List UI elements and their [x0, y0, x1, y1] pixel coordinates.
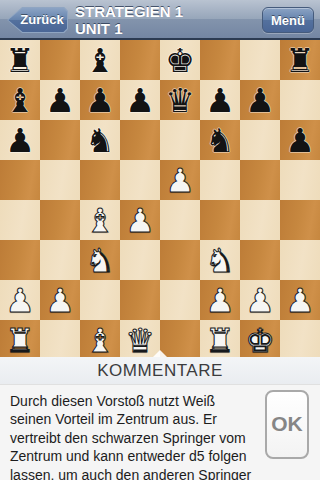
square-e3[interactable]	[160, 240, 200, 280]
square-e2[interactable]	[160, 280, 200, 320]
back-button[interactable]: Zurück	[6, 7, 68, 33]
square-a7[interactable]: ♝	[0, 80, 40, 120]
square-d2[interactable]	[120, 280, 160, 320]
square-h5[interactable]	[280, 160, 320, 200]
square-h3[interactable]	[280, 240, 320, 280]
white-pawn-g2[interactable]: ♟	[240, 280, 280, 320]
white-knight-f3[interactable]: ♞	[200, 240, 240, 280]
square-g2[interactable]: ♟	[240, 280, 280, 320]
square-h1[interactable]	[280, 320, 320, 360]
commentary-panel: KOMMENTARE Durch diesen Vorstoß nutzt We…	[0, 357, 320, 480]
square-b7[interactable]: ♟	[40, 80, 80, 120]
back-button-label: Zurück	[7, 8, 67, 32]
square-h4[interactable]	[280, 200, 320, 240]
white-rook-f1[interactable]: ♜	[200, 320, 240, 360]
black-rook-h8[interactable]: ♜	[280, 40, 320, 80]
square-c2[interactable]	[80, 280, 120, 320]
white-pawn-h2[interactable]: ♟	[280, 280, 320, 320]
square-d8[interactable]	[120, 40, 160, 80]
square-f4[interactable]	[200, 200, 240, 240]
square-b2[interactable]: ♟	[40, 280, 80, 320]
square-d7[interactable]: ♟	[120, 80, 160, 120]
square-c4[interactable]: ♝	[80, 200, 120, 240]
square-a2[interactable]: ♟	[0, 280, 40, 320]
black-knight-f6[interactable]: ♞	[200, 120, 240, 160]
black-pawn-g7[interactable]: ♟	[240, 80, 280, 120]
black-bishop-a7[interactable]: ♝	[0, 80, 40, 120]
commentary-body: Durch diesen Vorstoß nutzt Weiß seinen V…	[0, 385, 320, 480]
black-queen-e7[interactable]: ♛	[160, 80, 200, 120]
square-c7[interactable]: ♟	[80, 80, 120, 120]
black-bishop-c8[interactable]: ♝	[80, 40, 120, 80]
page-title-line2: UNIT 1	[75, 20, 183, 37]
square-e8[interactable]: ♚	[160, 40, 200, 80]
black-knight-c6[interactable]: ♞	[80, 120, 120, 160]
black-king-e8[interactable]: ♚	[160, 40, 200, 80]
square-h7[interactable]	[280, 80, 320, 120]
square-a6[interactable]: ♟	[0, 120, 40, 160]
square-f2[interactable]: ♟	[200, 280, 240, 320]
white-rook-a1[interactable]: ♜	[0, 320, 40, 360]
square-a3[interactable]	[0, 240, 40, 280]
menu-button[interactable]: Menü	[262, 7, 314, 33]
square-b1[interactable]	[40, 320, 80, 360]
white-knight-c3[interactable]: ♞	[80, 240, 120, 280]
ok-button[interactable]: OK	[265, 390, 309, 459]
square-e4[interactable]	[160, 200, 200, 240]
square-g4[interactable]	[240, 200, 280, 240]
square-g3[interactable]	[240, 240, 280, 280]
square-c5[interactable]	[80, 160, 120, 200]
square-g6[interactable]	[240, 120, 280, 160]
square-c3[interactable]: ♞	[80, 240, 120, 280]
square-d4[interactable]: ♟	[120, 200, 160, 240]
black-rook-a8[interactable]: ♜	[0, 40, 40, 80]
square-c6[interactable]: ♞	[80, 120, 120, 160]
commentary-header[interactable]: KOMMENTARE	[0, 357, 320, 385]
square-b4[interactable]	[40, 200, 80, 240]
chevron-up-icon	[153, 350, 167, 357]
square-a1[interactable]: ♜	[0, 320, 40, 360]
black-pawn-a6[interactable]: ♟	[0, 120, 40, 160]
square-f7[interactable]: ♟	[200, 80, 240, 120]
commentary-text: Durch diesen Vorstoß nutzt Weiß seinen V…	[10, 392, 260, 480]
square-b8[interactable]	[40, 40, 80, 80]
square-h8[interactable]: ♜	[280, 40, 320, 80]
square-b5[interactable]	[40, 160, 80, 200]
square-e7[interactable]: ♛	[160, 80, 200, 120]
app-screen: Zurück STRATEGIEN 1 UNIT 1 Menü ♜♝♚♜♝♟♟♟…	[0, 0, 320, 480]
square-b6[interactable]	[40, 120, 80, 160]
square-f8[interactable]	[200, 40, 240, 80]
square-g1[interactable]: ♚	[240, 320, 280, 360]
square-f1[interactable]: ♜	[200, 320, 240, 360]
white-bishop-c1[interactable]: ♝	[80, 320, 120, 360]
square-f5[interactable]	[200, 160, 240, 200]
white-pawn-d4[interactable]: ♟	[120, 200, 160, 240]
square-e6[interactable]	[160, 120, 200, 160]
white-king-g1[interactable]: ♚	[240, 320, 280, 360]
white-pawn-f2[interactable]: ♟	[200, 280, 240, 320]
black-pawn-d7[interactable]: ♟	[120, 80, 160, 120]
black-pawn-h6[interactable]: ♟	[280, 120, 320, 160]
square-g8[interactable]	[240, 40, 280, 80]
page-title-line1: STRATEGIEN 1	[75, 3, 183, 20]
black-pawn-f7[interactable]: ♟	[200, 80, 240, 120]
square-c8[interactable]: ♝	[80, 40, 120, 80]
square-d3[interactable]	[120, 240, 160, 280]
square-f6[interactable]: ♞	[200, 120, 240, 160]
white-pawn-b2[interactable]: ♟	[40, 280, 80, 320]
square-e5[interactable]: ♟	[160, 160, 200, 200]
page-title: STRATEGIEN 1 UNIT 1	[75, 3, 183, 37]
chess-board: ♜♝♚♜♝♟♟♟♛♟♟♟♞♞♟♟♝♟♞♞♟♟♟♟♟♜♝♛♜♚	[0, 40, 320, 360]
white-pawn-a2[interactable]: ♟	[0, 280, 40, 320]
black-pawn-c7[interactable]: ♟	[80, 80, 120, 120]
square-d6[interactable]	[120, 120, 160, 160]
white-bishop-c4[interactable]: ♝	[80, 200, 120, 240]
square-a5[interactable]	[0, 160, 40, 200]
square-a4[interactable]	[0, 200, 40, 240]
black-pawn-b7[interactable]: ♟	[40, 80, 80, 120]
square-b3[interactable]	[40, 240, 80, 280]
square-g5[interactable]	[240, 160, 280, 200]
square-a8[interactable]: ♜	[0, 40, 40, 80]
white-pawn-e5[interactable]: ♟	[160, 160, 200, 200]
navigation-bar: Zurück STRATEGIEN 1 UNIT 1 Menü	[0, 0, 320, 40]
square-h2[interactable]: ♟	[280, 280, 320, 320]
square-f3[interactable]: ♞	[200, 240, 240, 280]
square-h6[interactable]: ♟	[280, 120, 320, 160]
square-g7[interactable]: ♟	[240, 80, 280, 120]
square-d5[interactable]	[120, 160, 160, 200]
square-c1[interactable]: ♝	[80, 320, 120, 360]
